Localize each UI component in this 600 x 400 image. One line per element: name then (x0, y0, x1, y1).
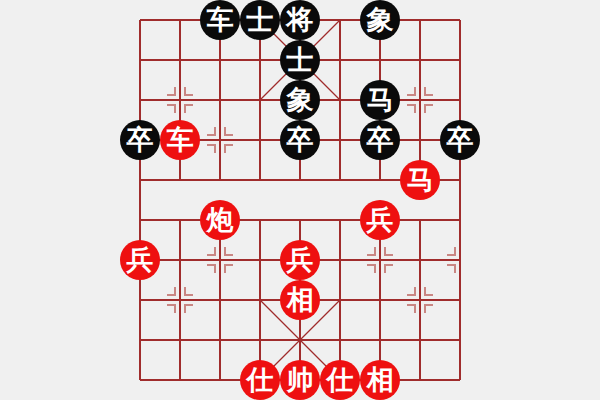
piece-red-advisor[interactable]: 仕 (320, 360, 360, 400)
piece-red-elephant[interactable]: 相 (280, 280, 320, 320)
piece-black-soldier[interactable]: 卒 (360, 120, 400, 160)
piece-red-general[interactable]: 帅 (280, 360, 320, 400)
piece-red-advisor[interactable]: 仕 (240, 360, 280, 400)
piece-red-soldier[interactable]: 兵 (120, 240, 160, 280)
pieces-layer: 车士将象士象马卒车卒卒卒马炮兵兵兵相仕帅仕相 (120, 0, 480, 400)
piece-black-soldier[interactable]: 卒 (280, 120, 320, 160)
piece-black-advisor[interactable]: 士 (280, 40, 320, 80)
piece-black-soldier[interactable]: 卒 (440, 120, 480, 160)
piece-red-elephant[interactable]: 相 (360, 360, 400, 400)
xiangqi-app: 车士将象士象马卒车卒卒卒马炮兵兵兵相仕帅仕相 (0, 0, 600, 400)
piece-red-horse[interactable]: 马 (400, 160, 440, 200)
piece-black-advisor[interactable]: 士 (240, 0, 280, 40)
piece-black-general[interactable]: 将 (280, 0, 320, 40)
piece-black-elephant[interactable]: 象 (280, 80, 320, 120)
xiangqi-board[interactable]: 车士将象士象马卒车卒卒卒马炮兵兵兵相仕帅仕相 (0, 0, 600, 400)
piece-red-soldier[interactable]: 兵 (280, 240, 320, 280)
piece-red-chariot[interactable]: 车 (160, 120, 200, 160)
piece-black-horse[interactable]: 马 (360, 80, 400, 120)
piece-black-chariot[interactable]: 车 (200, 0, 240, 40)
piece-red-soldier[interactable]: 兵 (360, 200, 400, 240)
piece-black-elephant[interactable]: 象 (360, 0, 400, 40)
piece-red-cannon[interactable]: 炮 (200, 200, 240, 240)
piece-black-soldier[interactable]: 卒 (120, 120, 160, 160)
